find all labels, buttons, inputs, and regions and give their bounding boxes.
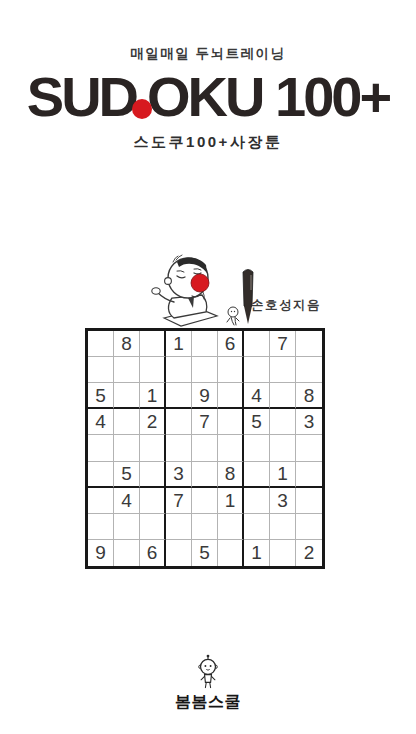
sudoku-cell-r3c4 (166, 383, 192, 409)
sudoku-cell-r5c1 (88, 435, 114, 461)
tagline: 매일매일 두뇌트레이닝 (0, 45, 416, 63)
sudoku-cell-r4c1: 4 (88, 409, 114, 435)
author-caricature-illustration (150, 250, 272, 330)
sudoku-cell-r3c5: 9 (192, 383, 218, 409)
sudoku-cell-r6c4: 3 (166, 462, 192, 488)
sudoku-cell-r8c7 (244, 514, 270, 540)
sudoku-cell-r2c9 (296, 357, 322, 383)
sudoku-cell-r7c3 (140, 488, 166, 514)
sudoku-cell-r7c8: 3 (270, 488, 296, 514)
sudoku-cell-r9c4 (166, 540, 192, 566)
sudoku-cell-r8c8 (270, 514, 296, 540)
sudoku-cell-r7c7 (244, 488, 270, 514)
sudoku-cell-r8c3 (140, 514, 166, 540)
sudoku-cell-r5c3 (140, 435, 166, 461)
sudoku-cell-r6c5 (192, 462, 218, 488)
sudoku-cell-r4c2 (114, 409, 140, 435)
sudoku-cell-r1c5 (192, 331, 218, 357)
publisher-logo: 봄봄스쿨 (0, 653, 416, 713)
red-nose-icon (191, 274, 209, 292)
sudoku-cell-r3c9: 8 (296, 383, 322, 409)
sudoku-cell-r2c3 (140, 357, 166, 383)
sudoku-cell-r2c1 (88, 357, 114, 383)
sudoku-cell-r3c3: 1 (140, 383, 166, 409)
publisher-name: 봄봄스쿨 (175, 692, 241, 713)
sudoku-cell-r5c4 (166, 435, 192, 461)
sudoku-cell-r1c9 (296, 331, 322, 357)
sudoku-cell-r4c8 (270, 409, 296, 435)
sudoku-cell-r7c4: 7 (166, 488, 192, 514)
author-name: 손호성지음 (251, 297, 321, 314)
sudoku-cell-r3c7: 4 (244, 383, 270, 409)
ear (165, 278, 172, 285)
sudoku-cell-r6c3 (140, 462, 166, 488)
sudoku-cell-r2c6 (218, 357, 244, 383)
sudoku-cell-r4c4 (166, 409, 192, 435)
sudoku-cell-r9c2 (114, 540, 140, 566)
sudoku-cell-r7c6: 1 (218, 488, 244, 514)
sudoku-cell-r2c2 (114, 357, 140, 383)
red-dot-icon (132, 99, 152, 119)
sudoku-cell-r4c9: 3 (296, 409, 322, 435)
sudoku-cell-r2c8 (270, 357, 296, 383)
sudoku-cell-r3c6 (218, 383, 244, 409)
sudoku-cell-r6c8: 1 (270, 462, 296, 488)
sudoku-cell-r1c8: 7 (270, 331, 296, 357)
sudoku-cell-r1c6: 6 (218, 331, 244, 357)
sudoku-cell-r8c1 (88, 514, 114, 540)
sudoku-cell-r9c6 (218, 540, 244, 566)
sudoku-cell-r9c9: 2 (296, 540, 322, 566)
sudoku-cell-r5c9 (296, 435, 322, 461)
sudoku-cell-r5c2 (114, 435, 140, 461)
sudoku-cell-r2c5 (192, 357, 218, 383)
sudoku-cell-r6c7 (244, 462, 270, 488)
sudoku-cell-r1c7 (244, 331, 270, 357)
sudoku-cell-r3c2 (114, 383, 140, 409)
sudoku-cell-r2c4 (166, 357, 192, 383)
sudoku-cell-r1c3 (140, 331, 166, 357)
sudoku-cell-r5c7 (244, 435, 270, 461)
sudoku-cell-r7c9 (296, 488, 322, 514)
tiny-figure-body (227, 317, 239, 325)
sudoku-cell-r5c5 (192, 435, 218, 461)
sudoku-cell-r3c8 (270, 383, 296, 409)
sudoku-cell-r4c6 (218, 409, 244, 435)
subtitle: 스도쿠100+사장툰 (0, 133, 416, 152)
title-left: SUD (27, 65, 136, 128)
sudoku-cell-r1c1 (88, 331, 114, 357)
sudoku-cell-r9c5: 5 (192, 540, 218, 566)
sudoku-cell-r4c7: 5 (244, 409, 270, 435)
sudoku-cell-r4c5: 7 (192, 409, 218, 435)
tiny-figure-head (228, 307, 238, 317)
publisher-mascot-icon (195, 653, 221, 691)
title-right: OKU 100+ (147, 65, 389, 128)
sudoku-cell-r2c7 (244, 357, 270, 383)
sudoku-cell-r8c2 (114, 514, 140, 540)
sudoku-cell-r4c3: 2 (140, 409, 166, 435)
sudoku-cell-r7c2: 4 (114, 488, 140, 514)
sudoku-cell-r6c1 (88, 462, 114, 488)
sudoku-cell-r6c6: 8 (218, 462, 244, 488)
sudoku-cell-r5c6 (218, 435, 244, 461)
sudoku-cell-r8c5 (192, 514, 218, 540)
sudoku-cell-r7c5 (192, 488, 218, 514)
hand (152, 288, 160, 294)
sudoku-cell-r9c7: 1 (244, 540, 270, 566)
sudoku-cell-r8c9 (296, 514, 322, 540)
book-cover: 매일매일 두뇌트레이닝 SUDOKU 100+ 스도쿠100+사장툰 (0, 0, 416, 734)
sudoku-cell-r6c9 (296, 462, 322, 488)
sudoku-cell-r9c1: 9 (88, 540, 114, 566)
sudoku-cell-r9c8 (270, 540, 296, 566)
sudoku-cell-r8c4 (166, 514, 192, 540)
sudoku-cell-r3c1: 5 (88, 383, 114, 409)
book-title: SUDOKU 100+ (0, 64, 416, 129)
sudoku-cell-r1c4: 1 (166, 331, 192, 357)
sudoku-cell-r1c2: 8 (114, 331, 140, 357)
sudoku-cell-r7c1 (88, 488, 114, 514)
sudoku-cell-r9c3: 6 (140, 540, 166, 566)
sudoku-grid: 816751948427535381471396512 (85, 328, 325, 569)
sudoku-cell-r6c2: 5 (114, 462, 140, 488)
sudoku-cell-r8c6 (218, 514, 244, 540)
sudoku-cell-r5c8 (270, 435, 296, 461)
